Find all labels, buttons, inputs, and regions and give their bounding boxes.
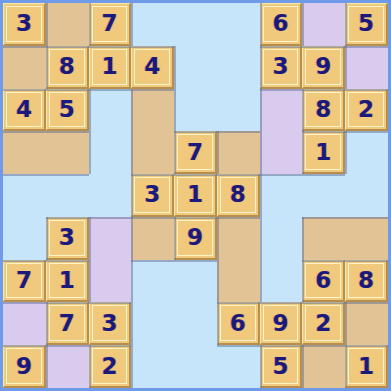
given-digit: 5 <box>358 12 374 35</box>
given-digit: 2 <box>358 98 374 121</box>
cell-r2c3: 1 <box>89 46 132 89</box>
cell-r7c6[interactable] <box>217 260 260 303</box>
given-tile: 4 <box>3 89 46 132</box>
cell-r6c5: 9 <box>174 217 217 260</box>
cell-r2c1[interactable] <box>3 46 46 89</box>
given-tile: 8 <box>46 46 89 89</box>
cell-r1c1: 3 <box>3 3 46 46</box>
cell-r1c3: 7 <box>89 3 132 46</box>
cell-r8c7: 9 <box>260 302 303 345</box>
cell-r6c7[interactable] <box>260 217 303 260</box>
given-tile: 2 <box>89 345 132 388</box>
cell-r2c7: 3 <box>260 46 303 89</box>
cell-r9c7: 5 <box>260 345 303 388</box>
given-tile: 6 <box>302 260 345 303</box>
cell-r3c6[interactable] <box>217 89 260 132</box>
cell-r4c8: 1 <box>302 131 345 174</box>
cell-r5c1[interactable] <box>3 174 46 217</box>
cell-r7c1: 7 <box>3 260 46 303</box>
given-digit: 3 <box>273 55 289 78</box>
given-tile: 9 <box>174 217 217 260</box>
given-tile: 8 <box>302 89 345 132</box>
given-digit: 5 <box>273 355 289 378</box>
given-digit: 7 <box>59 312 75 335</box>
cell-r9c8[interactable] <box>302 345 345 388</box>
given-tile: 1 <box>345 345 388 388</box>
given-digit: 1 <box>187 183 203 206</box>
given-tile: 9 <box>302 46 345 89</box>
given-digit: 6 <box>273 12 289 35</box>
given-digit: 7 <box>101 12 117 35</box>
cell-r9c4[interactable] <box>131 345 174 388</box>
given-tile: 1 <box>46 260 89 303</box>
cell-r3c5[interactable] <box>174 89 217 132</box>
cell-r4c1[interactable] <box>3 131 46 174</box>
cell-r5c2[interactable] <box>46 174 89 217</box>
cell-r5c3[interactable] <box>89 174 132 217</box>
given-tile: 5 <box>46 89 89 132</box>
cell-r2c8: 9 <box>302 46 345 89</box>
cell-r6c3[interactable] <box>89 217 132 260</box>
cell-r8c5[interactable] <box>174 302 217 345</box>
cell-r5c8[interactable] <box>302 174 345 217</box>
given-digit: 2 <box>315 312 331 335</box>
cell-r3c8: 8 <box>302 89 345 132</box>
given-digit: 8 <box>358 269 374 292</box>
cell-r7c4[interactable] <box>131 260 174 303</box>
given-tile: 7 <box>174 131 217 174</box>
given-digit: 8 <box>230 183 246 206</box>
given-digit: 5 <box>59 98 75 121</box>
cell-r2c5[interactable] <box>174 46 217 89</box>
given-tile: 3 <box>131 174 174 217</box>
cell-r5c5: 1 <box>174 174 217 217</box>
cell-r4c6[interactable] <box>217 131 260 174</box>
given-digit: 7 <box>187 141 203 164</box>
cell-r9c1: 9 <box>3 345 46 388</box>
given-tile: 9 <box>260 302 303 345</box>
cell-r6c4[interactable] <box>131 217 174 260</box>
cell-r7c8: 6 <box>302 260 345 303</box>
cell-r2c4: 4 <box>131 46 174 89</box>
given-digit: 6 <box>315 269 331 292</box>
given-tile: 3 <box>3 3 46 46</box>
cell-r3c3[interactable] <box>89 89 132 132</box>
given-tile: 6 <box>260 3 303 46</box>
cell-r6c2: 3 <box>46 217 89 260</box>
cell-r6c9[interactable] <box>345 217 388 260</box>
cell-r1c5[interactable] <box>174 3 217 46</box>
given-digit: 1 <box>358 355 374 378</box>
given-digit: 8 <box>59 55 75 78</box>
cell-r4c9[interactable] <box>345 131 388 174</box>
given-digit: 9 <box>187 226 203 249</box>
cell-r9c5[interactable] <box>174 345 217 388</box>
cell-r3c9: 2 <box>345 89 388 132</box>
cell-r3c7[interactable] <box>260 89 303 132</box>
sudoku-board-frame: 376581439458271318397168736929251 <box>0 0 391 391</box>
cell-r4c5: 7 <box>174 131 217 174</box>
given-tile: 5 <box>345 3 388 46</box>
given-digit: 4 <box>144 55 160 78</box>
cell-r1c2[interactable] <box>46 3 89 46</box>
sudoku-grid: 376581439458271318397168736929251 <box>3 3 388 388</box>
cell-r8c4[interactable] <box>131 302 174 345</box>
cell-r8c9[interactable] <box>345 302 388 345</box>
given-digit: 9 <box>16 355 32 378</box>
cell-r8c1[interactable] <box>3 302 46 345</box>
cell-r4c3[interactable] <box>89 131 132 174</box>
given-digit: 1 <box>59 269 75 292</box>
cell-r3c1: 4 <box>3 89 46 132</box>
given-digit: 9 <box>273 312 289 335</box>
given-tile: 1 <box>89 46 132 89</box>
given-digit: 7 <box>16 269 32 292</box>
given-tile: 2 <box>345 89 388 132</box>
given-digit: 6 <box>230 312 246 335</box>
given-digit: 3 <box>59 226 75 249</box>
given-digit: 8 <box>315 98 331 121</box>
given-tile: 1 <box>302 131 345 174</box>
cell-r1c4[interactable] <box>131 3 174 46</box>
given-tile: 1 <box>174 174 217 217</box>
given-tile: 7 <box>46 302 89 345</box>
cell-r5c7[interactable] <box>260 174 303 217</box>
cell-r6c8[interactable] <box>302 217 345 260</box>
given-tile: 2 <box>302 302 345 345</box>
given-digit: 2 <box>101 355 117 378</box>
cell-r1c8[interactable] <box>302 3 345 46</box>
given-digit: 3 <box>144 183 160 206</box>
cell-r4c2[interactable] <box>46 131 89 174</box>
given-tile: 3 <box>260 46 303 89</box>
cell-r7c7[interactable] <box>260 260 303 303</box>
cell-r1c6[interactable] <box>217 3 260 46</box>
given-tile: 5 <box>260 345 303 388</box>
cell-r4c4[interactable] <box>131 131 174 174</box>
cell-r8c3: 3 <box>89 302 132 345</box>
cell-r9c6[interactable] <box>217 345 260 388</box>
cell-r3c4[interactable] <box>131 89 174 132</box>
cell-r6c6[interactable] <box>217 217 260 260</box>
cell-r8c8: 2 <box>302 302 345 345</box>
cell-r9c3: 2 <box>89 345 132 388</box>
cell-r5c6: 8 <box>217 174 260 217</box>
cell-r1c9: 5 <box>345 3 388 46</box>
given-tile: 8 <box>217 174 260 217</box>
cell-r4c7[interactable] <box>260 131 303 174</box>
cell-r2c6[interactable] <box>217 46 260 89</box>
cell-r6c1[interactable] <box>3 217 46 260</box>
cell-r7c9: 8 <box>345 260 388 303</box>
given-tile: 4 <box>131 46 174 89</box>
given-digit: 3 <box>101 312 117 335</box>
cell-r9c9: 1 <box>345 345 388 388</box>
given-digit: 3 <box>16 12 32 35</box>
given-tile: 7 <box>3 260 46 303</box>
given-digit: 4 <box>16 98 32 121</box>
cell-r5c9[interactable] <box>345 174 388 217</box>
given-digit: 9 <box>315 55 331 78</box>
given-tile: 3 <box>89 302 132 345</box>
cell-r7c5[interactable] <box>174 260 217 303</box>
given-tile: 9 <box>3 345 46 388</box>
cell-r3c2: 5 <box>46 89 89 132</box>
cell-r7c3[interactable] <box>89 260 132 303</box>
cell-r7c2: 1 <box>46 260 89 303</box>
cell-r8c2: 7 <box>46 302 89 345</box>
cell-r9c2[interactable] <box>46 345 89 388</box>
given-digit: 1 <box>315 141 331 164</box>
given-tile: 8 <box>345 260 388 303</box>
cell-r2c2: 8 <box>46 46 89 89</box>
cell-r1c7: 6 <box>260 3 303 46</box>
cell-r5c4: 3 <box>131 174 174 217</box>
given-digit: 1 <box>101 55 117 78</box>
given-tile: 7 <box>89 3 132 46</box>
cell-r2c9[interactable] <box>345 46 388 89</box>
given-tile: 3 <box>46 217 89 260</box>
cell-r8c6: 6 <box>217 302 260 345</box>
given-tile: 6 <box>217 302 260 345</box>
